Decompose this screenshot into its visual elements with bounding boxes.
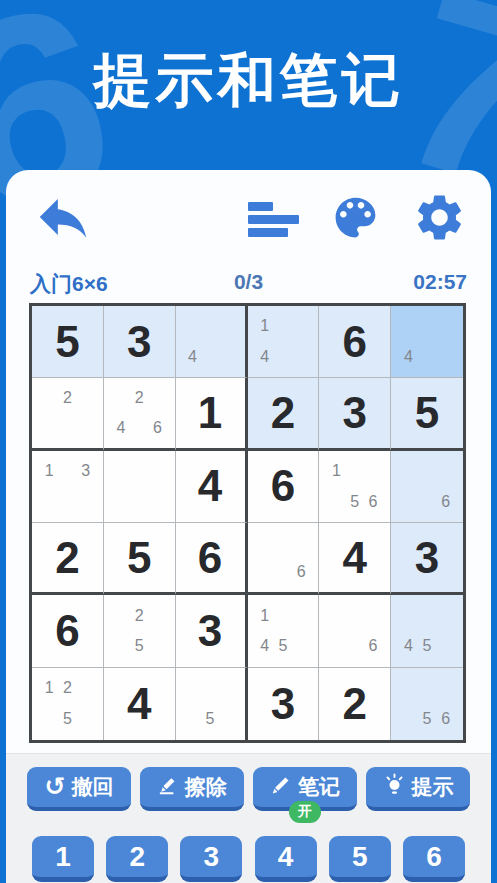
cell-notes: 5 <box>176 668 245 740</box>
note-5 <box>201 342 219 373</box>
note-3 <box>436 673 455 704</box>
note-3 <box>292 311 310 342</box>
note-1: 1 <box>40 673 58 704</box>
cell-notes: 6 <box>248 523 319 592</box>
note-5 <box>58 486 76 517</box>
note-2 <box>346 600 364 631</box>
note-2: 2 <box>58 383 76 413</box>
note-2 <box>274 311 292 342</box>
undo-label: 撤回 <box>71 773 113 801</box>
cell-r3c3[interactable]: 4 <box>176 451 248 523</box>
cell-r1c3[interactable]: 4 <box>176 306 248 378</box>
number-2-button[interactable]: 2 <box>106 836 168 882</box>
cell-value: 2 <box>55 533 79 583</box>
cell-r1c4[interactable]: 14 <box>248 306 320 378</box>
cell-notes: 246 <box>104 378 175 447</box>
note-1 <box>399 600 418 631</box>
note-3 <box>219 311 237 342</box>
cell-r6c6[interactable]: 56 <box>391 668 463 740</box>
note-1 <box>112 383 130 413</box>
note-5: 5 <box>274 631 292 662</box>
note-4 <box>184 704 202 735</box>
note-4 <box>40 704 58 735</box>
number-pad: 123456 <box>32 836 465 882</box>
back-arrow-icon <box>32 186 94 252</box>
note-2: 2 <box>130 600 148 631</box>
cell-value: 4 <box>127 679 151 729</box>
gear-icon <box>412 190 467 249</box>
number-4-button[interactable]: 4 <box>255 836 317 882</box>
cell-r4c2[interactable]: 5 <box>104 523 176 595</box>
note-5: 5 <box>201 704 219 735</box>
cell-notes: 2 <box>32 378 103 447</box>
cell-value: 3 <box>343 388 367 438</box>
cell-notes: 125 <box>32 668 103 740</box>
theme-button[interactable] <box>329 191 382 248</box>
note-6: 6 <box>148 413 166 443</box>
cell-notes: 6 <box>319 595 390 666</box>
cell-notes: 45 <box>391 595 463 666</box>
note-3 <box>292 600 310 631</box>
note-6 <box>219 704 237 735</box>
note-4: 4 <box>112 413 130 443</box>
cell-r3c6[interactable]: 6 <box>391 451 463 523</box>
timer: 02:57 <box>413 270 467 294</box>
sudoku-grid: 5341464224612351346156625664362531456451… <box>29 303 466 743</box>
cell-value: 5 <box>55 317 79 367</box>
cell-r5c5[interactable]: 6 <box>319 595 391 667</box>
cell-r4c5[interactable]: 4 <box>319 523 391 595</box>
leaderboard-button[interactable] <box>248 202 299 237</box>
cell-r2c4[interactable]: 2 <box>248 378 320 450</box>
note-6 <box>292 631 310 662</box>
cell-notes: 145 <box>248 595 319 666</box>
settings-button[interactable] <box>412 190 467 249</box>
undo-button[interactable]: ↺ 撤回 <box>27 767 131 811</box>
note-1: 1 <box>256 600 274 631</box>
cell-notes: 4 <box>391 306 463 377</box>
note-1: 1 <box>256 311 274 342</box>
note-4: 4 <box>256 342 274 373</box>
cell-r4c4[interactable]: 6 <box>248 523 320 595</box>
note-6: 6 <box>436 704 455 735</box>
cell-r2c5[interactable]: 3 <box>319 378 391 450</box>
cell-value: 4 <box>198 461 222 511</box>
note-4 <box>112 631 130 662</box>
number-6-button[interactable]: 6 <box>403 836 465 882</box>
note-2: 2 <box>130 383 148 413</box>
note-5: 5 <box>346 486 364 517</box>
note-6: 6 <box>292 558 310 588</box>
number-1-button[interactable]: 1 <box>32 836 94 882</box>
note-5 <box>418 342 437 373</box>
cell-r2c2[interactable]: 246 <box>104 378 176 450</box>
cell-value: 6 <box>198 533 222 583</box>
note-1: 1 <box>327 456 345 487</box>
note-1 <box>399 673 418 704</box>
note-5 <box>418 486 437 517</box>
note-6 <box>148 631 166 662</box>
cell-value: 5 <box>415 388 439 438</box>
note-3 <box>364 456 382 487</box>
app-screen: 6 7 提示和笔记 <box>0 0 497 883</box>
note-5 <box>346 631 364 662</box>
bars-icon <box>248 202 299 237</box>
note-1 <box>184 311 202 342</box>
cell-notes: 13 <box>32 451 103 522</box>
note-3 <box>364 600 382 631</box>
note-5 <box>274 558 292 588</box>
note-4 <box>399 704 418 735</box>
cell-value: 3 <box>415 533 439 583</box>
note-4: 4 <box>399 342 418 373</box>
cell-r3c2[interactable] <box>104 451 176 523</box>
note-2 <box>58 456 76 487</box>
note-2 <box>274 600 292 631</box>
note-5: 5 <box>58 704 76 735</box>
cell-r5c1[interactable]: 6 <box>32 595 104 667</box>
note-1: 1 <box>40 456 58 487</box>
note-5: 5 <box>418 631 437 662</box>
cell-r2c3[interactable]: 1 <box>176 378 248 450</box>
note-6 <box>292 342 310 373</box>
notes-on-badge: 开 <box>289 801 321 823</box>
note-6 <box>436 342 455 373</box>
hint-button[interactable]: 提示 <box>366 767 470 811</box>
cell-r3c1[interactable]: 13 <box>32 451 104 523</box>
cell-r2c1[interactable]: 2 <box>32 378 104 450</box>
note-3 <box>77 383 95 413</box>
note-4 <box>327 486 345 517</box>
cell-r6c2[interactable]: 4 <box>104 668 176 740</box>
cell-r4c3[interactable]: 6 <box>176 523 248 595</box>
note-4 <box>40 486 58 517</box>
cell-notes: 6 <box>391 451 463 522</box>
note-6 <box>77 704 95 735</box>
erase-button[interactable]: 擦除 <box>140 767 244 811</box>
note-2 <box>346 456 364 487</box>
note-4 <box>40 413 58 443</box>
note-5 <box>274 342 292 373</box>
note-1 <box>399 456 418 487</box>
note-2 <box>274 528 292 558</box>
note-4: 4 <box>184 342 202 373</box>
note-3 <box>148 383 166 413</box>
note-1 <box>40 383 58 413</box>
cell-r1c2[interactable]: 3 <box>104 306 176 378</box>
cell-r5c3[interactable]: 3 <box>176 595 248 667</box>
cell-value: 3 <box>271 679 295 729</box>
cell-r3c5[interactable]: 156 <box>319 451 391 523</box>
cell-r6c3[interactable]: 5 <box>176 668 248 740</box>
cell-value: 2 <box>343 679 367 729</box>
cell-r4c1[interactable]: 2 <box>32 523 104 595</box>
number-3-button[interactable]: 3 <box>180 836 242 882</box>
erase-label: 擦除 <box>185 773 227 801</box>
pencil-icon <box>270 774 292 801</box>
cell-value: 5 <box>127 533 151 583</box>
note-1 <box>256 528 274 558</box>
notes-label: 笔记 <box>298 773 340 801</box>
note-6 <box>219 342 237 373</box>
note-6 <box>77 413 95 443</box>
cell-notes: 156 <box>319 451 390 522</box>
note-3: 3 <box>77 456 95 487</box>
note-6: 6 <box>364 486 382 517</box>
note-2 <box>418 673 437 704</box>
game-card: 入门6×6 0/3 02:57 534146422461235134615662… <box>6 170 491 883</box>
erase-icon <box>157 774 179 801</box>
cell-value: 3 <box>127 317 151 367</box>
cell-value: 2 <box>271 388 295 438</box>
note-3 <box>436 600 455 631</box>
back-button[interactable] <box>32 186 94 252</box>
note-1 <box>399 311 418 342</box>
cell-r1c6[interactable]: 4 <box>391 306 463 378</box>
note-2 <box>201 673 219 704</box>
cell-notes: 4 <box>176 306 245 377</box>
note-1 <box>184 673 202 704</box>
cell-r5c4[interactable]: 145 <box>248 595 320 667</box>
cell-value: 4 <box>343 533 367 583</box>
note-3 <box>436 311 455 342</box>
note-4 <box>327 631 345 662</box>
note-6: 6 <box>436 486 455 517</box>
note-4: 4 <box>256 631 274 662</box>
cell-r2c6[interactable]: 5 <box>391 378 463 450</box>
cell-r5c6[interactable]: 45 <box>391 595 463 667</box>
note-3 <box>148 600 166 631</box>
bulb-icon <box>383 773 406 801</box>
note-6 <box>436 631 455 662</box>
cell-value: 6 <box>271 461 295 511</box>
note-2 <box>418 311 437 342</box>
cell-value: 3 <box>198 606 222 656</box>
mistakes-counter: 0/3 <box>30 270 467 294</box>
note-2 <box>418 600 437 631</box>
cell-value: 6 <box>343 317 367 367</box>
top-toolbar <box>32 184 467 254</box>
cell-value: 6 <box>55 606 79 656</box>
action-toolbar: ↺ 撤回 擦除 笔记 开 <box>27 767 470 811</box>
note-2: 2 <box>58 673 76 704</box>
cell-r6c1[interactable]: 125 <box>32 668 104 740</box>
status-bar: 入门6×6 0/3 02:57 <box>30 270 467 298</box>
note-6 <box>77 486 95 517</box>
page-title: 提示和笔记 <box>0 42 497 120</box>
note-5: 5 <box>130 631 148 662</box>
cell-r1c1[interactable]: 5 <box>32 306 104 378</box>
cell-notes: 14 <box>248 306 319 377</box>
cell-r4c6[interactable]: 3 <box>391 523 463 595</box>
note-4 <box>399 486 418 517</box>
undo-icon: ↺ <box>45 774 66 799</box>
cell-r1c5[interactable]: 6 <box>319 306 391 378</box>
cell-r5c2[interactable]: 25 <box>104 595 176 667</box>
note-4 <box>256 558 274 588</box>
notes-button[interactable]: 笔记 开 <box>253 767 357 811</box>
note-1 <box>327 600 345 631</box>
note-6: 6 <box>364 631 382 662</box>
number-5-button[interactable]: 5 <box>329 836 391 882</box>
cell-notes: 56 <box>391 668 463 740</box>
cell-notes: 25 <box>104 595 175 666</box>
note-2 <box>418 456 437 487</box>
note-2 <box>201 311 219 342</box>
note-1 <box>112 600 130 631</box>
note-3 <box>219 673 237 704</box>
palette-icon <box>329 191 382 248</box>
cell-r6c4[interactable]: 3 <box>248 668 320 740</box>
bottom-panel: ↺ 撤回 擦除 笔记 开 <box>6 753 491 883</box>
note-5: 5 <box>418 704 437 735</box>
cell-value: 1 <box>198 388 222 438</box>
note-3 <box>77 673 95 704</box>
note-5 <box>58 413 76 443</box>
note-3 <box>292 528 310 558</box>
note-4: 4 <box>399 631 418 662</box>
note-3 <box>436 456 455 487</box>
cell-r3c4[interactable]: 6 <box>248 451 320 523</box>
note-5 <box>130 413 148 443</box>
cell-r6c5[interactable]: 2 <box>319 668 391 740</box>
hint-label: 提示 <box>412 773 454 801</box>
